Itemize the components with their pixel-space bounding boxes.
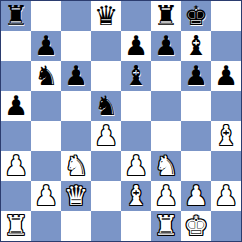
square-b1[interactable] xyxy=(31,211,61,241)
square-g2[interactable]: ♟ xyxy=(181,181,211,211)
square-b4[interactable] xyxy=(31,121,61,151)
black-king-icon[interactable]: ♚ xyxy=(184,1,208,31)
white-pawn-icon[interactable]: ♟ xyxy=(94,121,118,151)
black-rook-icon[interactable]: ♜ xyxy=(4,1,28,31)
chess-board: ♜♛♜♚♟♟♟♝♞♟♝♟♟♟♞♟♝♟♞♟♞♟♛♝♟♟♟♜♜♚ xyxy=(1,1,241,241)
black-pawn-icon[interactable]: ♟ xyxy=(184,61,208,91)
black-queen-icon[interactable]: ♛ xyxy=(94,1,118,31)
square-a4[interactable] xyxy=(1,121,31,151)
black-bishop-icon[interactable]: ♝ xyxy=(184,31,208,61)
square-b7[interactable]: ♟ xyxy=(31,31,61,61)
white-pawn-icon[interactable]: ♟ xyxy=(34,181,58,211)
chess-board-frame: ♜♛♜♚♟♟♟♝♞♟♝♟♟♟♞♟♝♟♞♟♞♟♛♝♟♟♟♜♜♚ xyxy=(0,0,242,242)
square-f7[interactable]: ♟ xyxy=(151,31,181,61)
square-c1[interactable] xyxy=(61,211,91,241)
white-king-icon[interactable]: ♚ xyxy=(184,211,208,241)
square-e3[interactable]: ♟ xyxy=(121,151,151,181)
square-d8[interactable]: ♛ xyxy=(91,1,121,31)
white-rook-icon[interactable]: ♜ xyxy=(4,211,28,241)
square-f2[interactable]: ♟ xyxy=(151,181,181,211)
white-pawn-icon[interactable]: ♟ xyxy=(214,181,238,211)
square-g5[interactable] xyxy=(181,91,211,121)
square-a5[interactable]: ♟ xyxy=(1,91,31,121)
white-pawn-icon[interactable]: ♟ xyxy=(154,181,178,211)
square-h8[interactable] xyxy=(211,1,241,31)
square-f4[interactable] xyxy=(151,121,181,151)
square-c5[interactable] xyxy=(61,91,91,121)
square-h7[interactable] xyxy=(211,31,241,61)
square-d2[interactable] xyxy=(91,181,121,211)
white-pawn-icon[interactable]: ♟ xyxy=(124,151,148,181)
square-c8[interactable] xyxy=(61,1,91,31)
square-b3[interactable] xyxy=(31,151,61,181)
square-d4[interactable]: ♟ xyxy=(91,121,121,151)
square-g8[interactable]: ♚ xyxy=(181,1,211,31)
white-knight-icon[interactable]: ♞ xyxy=(64,151,88,181)
black-pawn-icon[interactable]: ♟ xyxy=(214,61,238,91)
square-a6[interactable] xyxy=(1,61,31,91)
square-e1[interactable] xyxy=(121,211,151,241)
square-c3[interactable]: ♞ xyxy=(61,151,91,181)
square-c6[interactable]: ♟ xyxy=(61,61,91,91)
square-b6[interactable]: ♞ xyxy=(31,61,61,91)
square-h3[interactable] xyxy=(211,151,241,181)
white-knight-icon[interactable]: ♞ xyxy=(154,151,178,181)
square-d7[interactable] xyxy=(91,31,121,61)
square-e6[interactable]: ♝ xyxy=(121,61,151,91)
square-g1[interactable]: ♚ xyxy=(181,211,211,241)
square-g7[interactable]: ♝ xyxy=(181,31,211,61)
square-a3[interactable]: ♟ xyxy=(1,151,31,181)
square-f5[interactable] xyxy=(151,91,181,121)
black-pawn-icon[interactable]: ♟ xyxy=(64,61,88,91)
black-pawn-icon[interactable]: ♟ xyxy=(4,91,28,121)
black-knight-icon[interactable]: ♞ xyxy=(94,91,118,121)
square-a7[interactable] xyxy=(1,31,31,61)
square-c2[interactable]: ♛ xyxy=(61,181,91,211)
white-queen-icon[interactable]: ♛ xyxy=(64,181,88,211)
square-a8[interactable]: ♜ xyxy=(1,1,31,31)
black-rook-icon[interactable]: ♜ xyxy=(154,1,178,31)
square-e7[interactable]: ♟ xyxy=(121,31,151,61)
square-f3[interactable]: ♞ xyxy=(151,151,181,181)
white-bishop-icon[interactable]: ♝ xyxy=(214,121,238,151)
square-c4[interactable] xyxy=(61,121,91,151)
square-f1[interactable]: ♜ xyxy=(151,211,181,241)
square-e2[interactable]: ♝ xyxy=(121,181,151,211)
square-h5[interactable] xyxy=(211,91,241,121)
square-e8[interactable] xyxy=(121,1,151,31)
square-d6[interactable] xyxy=(91,61,121,91)
square-a2[interactable] xyxy=(1,181,31,211)
square-c7[interactable] xyxy=(61,31,91,61)
square-b2[interactable]: ♟ xyxy=(31,181,61,211)
square-d5[interactable]: ♞ xyxy=(91,91,121,121)
white-rook-icon[interactable]: ♜ xyxy=(154,211,178,241)
square-a1[interactable]: ♜ xyxy=(1,211,31,241)
square-h4[interactable]: ♝ xyxy=(211,121,241,151)
square-g6[interactable]: ♟ xyxy=(181,61,211,91)
square-e5[interactable] xyxy=(121,91,151,121)
square-g3[interactable] xyxy=(181,151,211,181)
square-h1[interactable] xyxy=(211,211,241,241)
black-pawn-icon[interactable]: ♟ xyxy=(34,31,58,61)
black-pawn-icon[interactable]: ♟ xyxy=(124,31,148,61)
square-b5[interactable] xyxy=(31,91,61,121)
black-bishop-icon[interactable]: ♝ xyxy=(124,61,148,91)
square-d1[interactable] xyxy=(91,211,121,241)
black-pawn-icon[interactable]: ♟ xyxy=(154,31,178,61)
white-bishop-icon[interactable]: ♝ xyxy=(124,181,148,211)
square-b8[interactable] xyxy=(31,1,61,31)
square-g4[interactable] xyxy=(181,121,211,151)
white-pawn-icon[interactable]: ♟ xyxy=(184,181,208,211)
black-knight-icon[interactable]: ♞ xyxy=(34,61,58,91)
white-pawn-icon[interactable]: ♟ xyxy=(4,151,28,181)
square-h6[interactable]: ♟ xyxy=(211,61,241,91)
square-e4[interactable] xyxy=(121,121,151,151)
square-f8[interactable]: ♜ xyxy=(151,1,181,31)
square-h2[interactable]: ♟ xyxy=(211,181,241,211)
square-d3[interactable] xyxy=(91,151,121,181)
square-f6[interactable] xyxy=(151,61,181,91)
